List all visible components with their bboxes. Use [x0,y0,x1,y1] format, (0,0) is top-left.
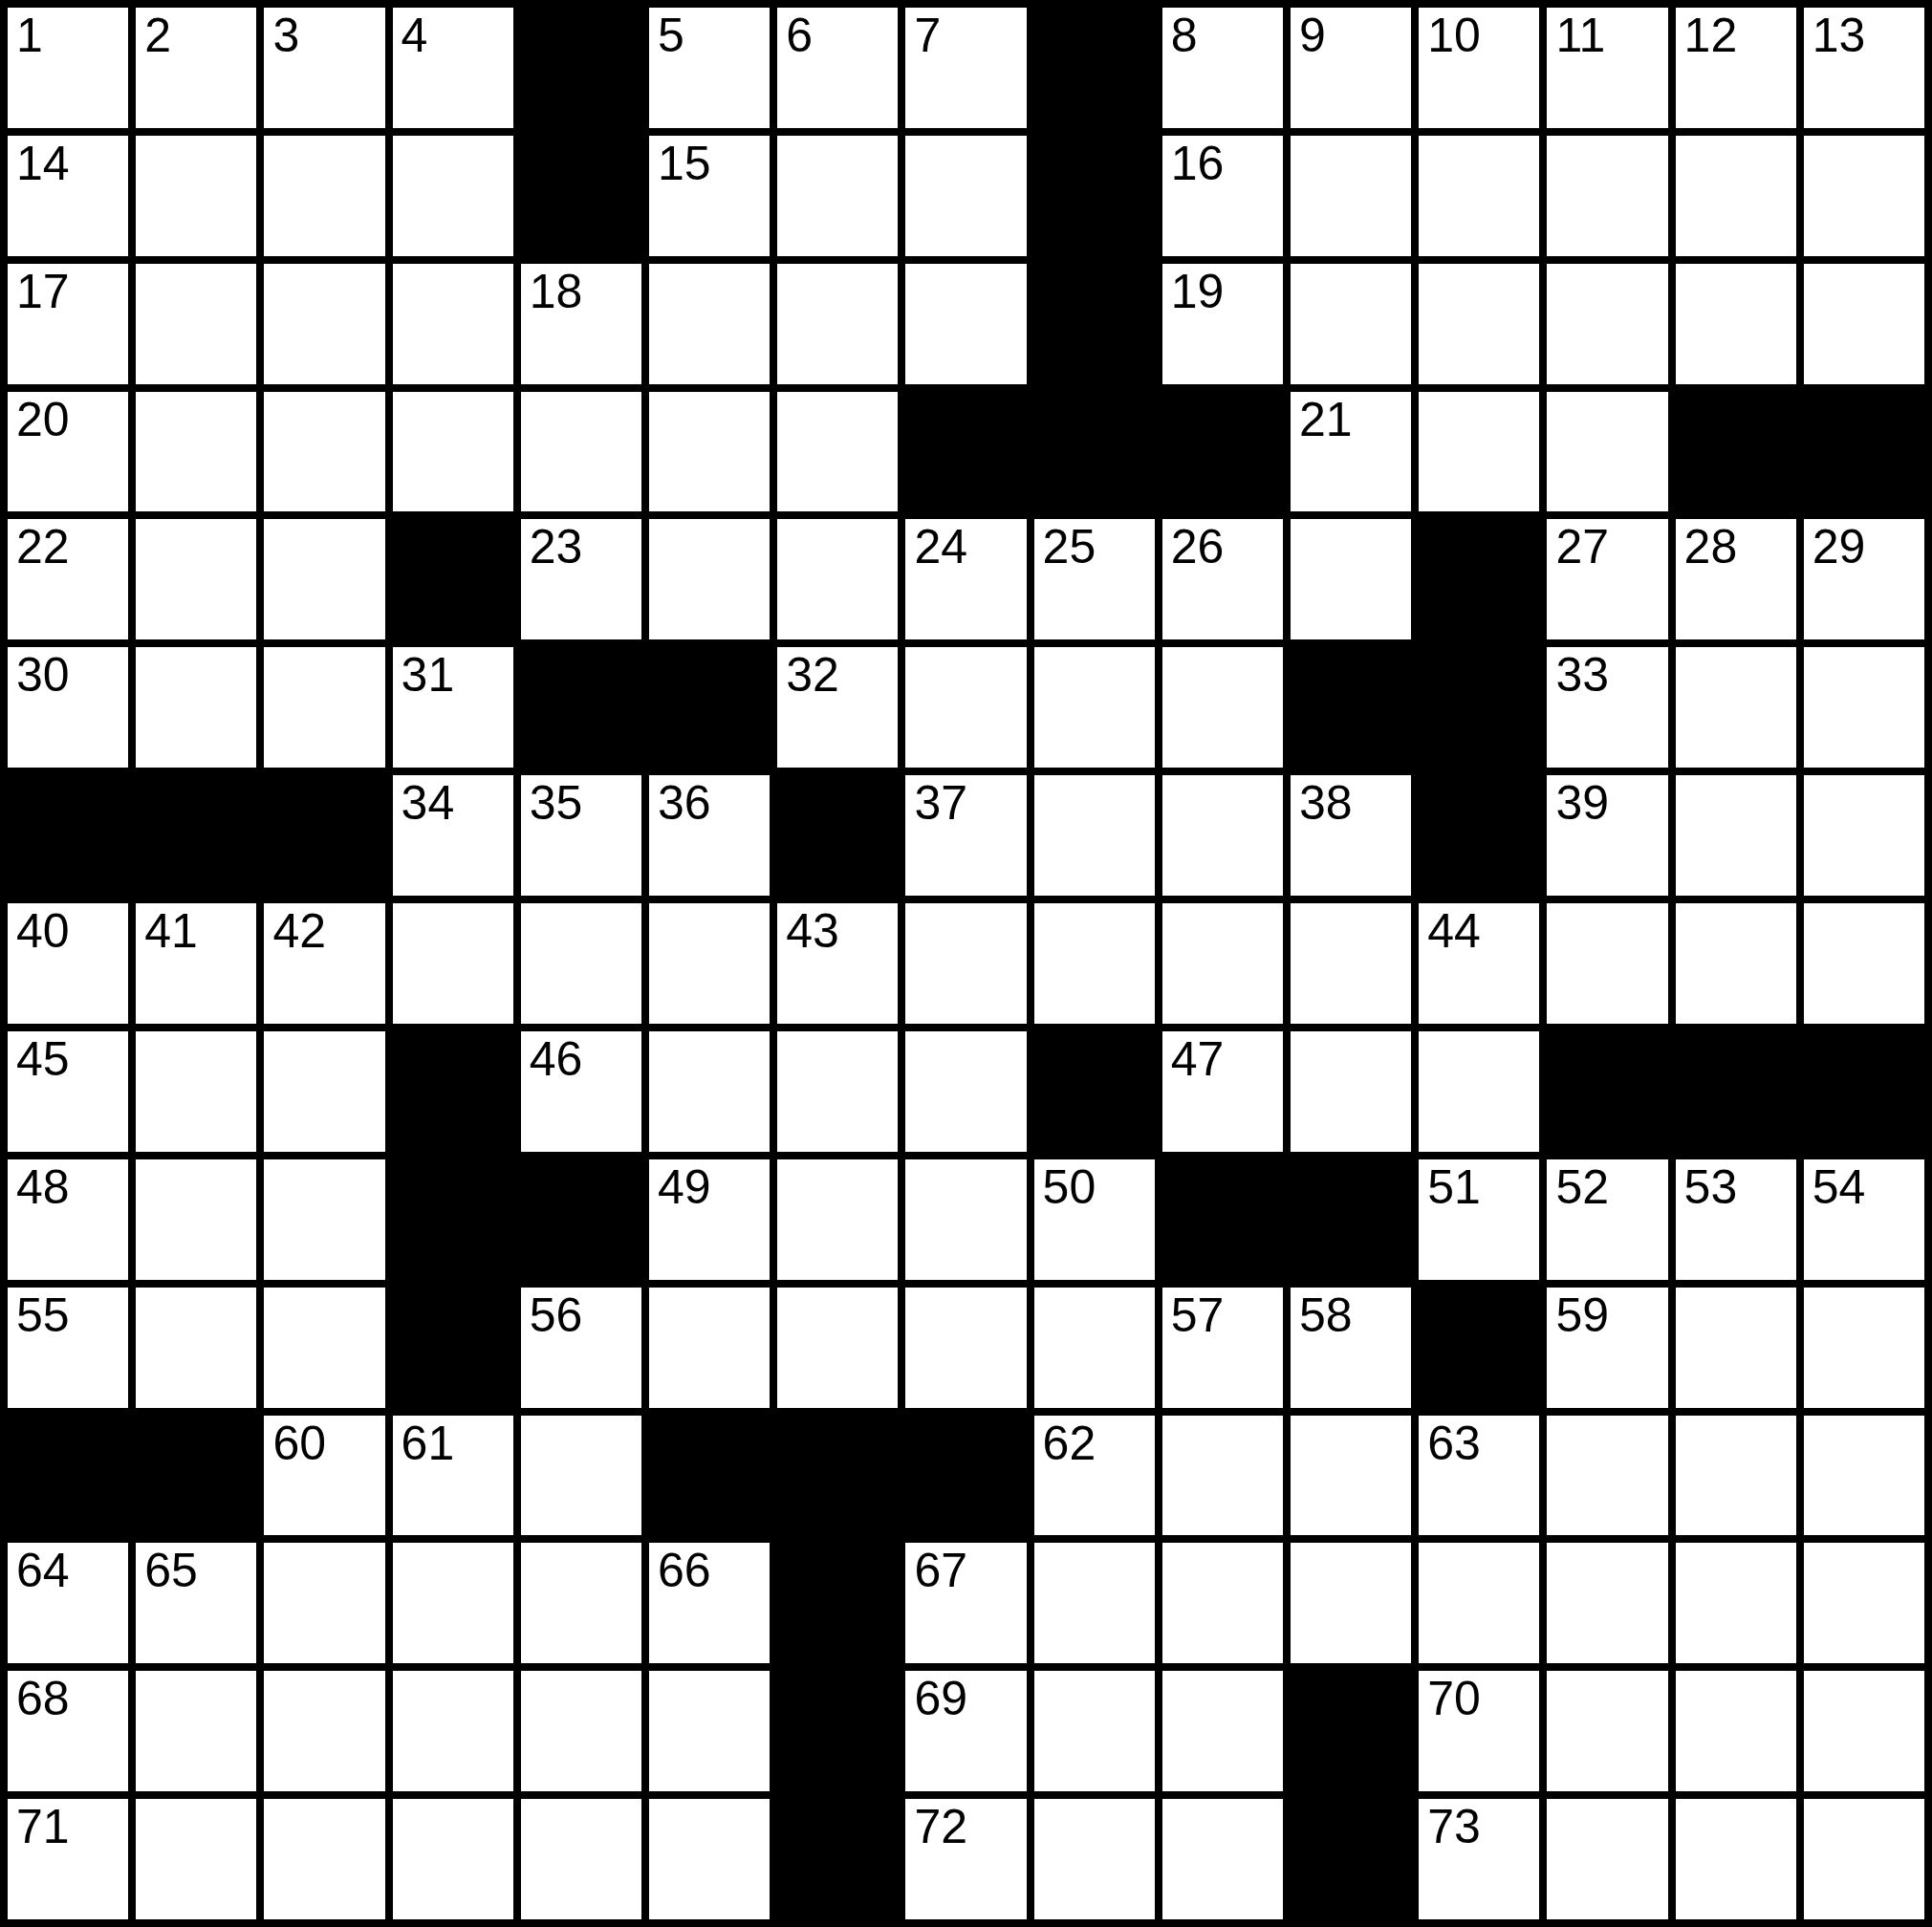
block-r5-c4 [393,519,513,639]
clue-number-55: 55 [16,1290,70,1341]
clue-number-26: 26 [1171,522,1225,573]
block-r4-c10 [1162,392,1283,512]
clue-number-28: 28 [1684,522,1738,573]
cell-r10-c12[interactable]: 51 [1419,1159,1539,1280]
block-r10-c5 [521,1159,641,1280]
cell-r15-c3[interactable] [264,1799,384,1919]
cell-r5-c15[interactable]: 29 [1804,519,1924,639]
cell-r13-c4[interactable] [393,1543,513,1663]
cell-r2-c13[interactable] [1547,136,1667,256]
cell-r14-c8[interactable]: 69 [905,1671,1026,1791]
cell-r7-c11[interactable]: 38 [1291,775,1411,896]
cell-r6-c15[interactable] [1804,647,1924,768]
clue-number-51: 51 [1427,1162,1481,1213]
cell-r15-c9[interactable] [1034,1799,1155,1919]
clue-number-61: 61 [402,1418,455,1469]
cell-r11-c11[interactable]: 58 [1291,1288,1411,1408]
block-r6-c11 [1291,647,1411,768]
cell-r3-c15[interactable] [1804,264,1924,384]
block-r3-c9 [1034,264,1155,384]
cell-r11-c5[interactable]: 56 [521,1288,641,1408]
block-r7-c7 [777,775,898,896]
cell-r2-c11[interactable] [1291,136,1411,256]
clue-number-46: 46 [530,1034,583,1085]
clue-number-10: 10 [1427,11,1481,61]
cell-r10-c9[interactable]: 50 [1034,1159,1155,1280]
cell-r6-c3[interactable] [264,647,384,768]
cell-r10-c14[interactable]: 53 [1676,1159,1796,1280]
cell-r3-c10[interactable]: 19 [1162,264,1283,384]
cell-r4-c13[interactable] [1547,392,1667,512]
clue-number-17: 17 [16,267,70,317]
clue-number-24: 24 [914,522,967,573]
block-r11-c4 [393,1288,513,1408]
clue-number-14: 14 [16,139,70,189]
cell-r8-c3[interactable]: 42 [264,903,384,1024]
cell-r14-c6[interactable] [649,1671,770,1791]
block-r10-c4 [393,1159,513,1280]
cell-r7-c6[interactable]: 36 [649,775,770,896]
block-r10-c10 [1162,1159,1283,1280]
cell-r3-c14[interactable] [1676,264,1796,384]
clue-number-3: 3 [272,11,299,61]
cell-r6-c4[interactable]: 31 [393,647,513,768]
clue-number-1: 1 [16,11,43,61]
clue-number-16: 16 [1171,139,1225,189]
block-r4-c8 [905,392,1026,512]
block-r9-c13 [1547,1031,1667,1152]
clue-number-48: 48 [16,1162,70,1213]
cell-r7-c8[interactable]: 37 [905,775,1026,896]
cell-r2-c4[interactable] [393,136,513,256]
cell-r15-c12[interactable]: 73 [1419,1799,1539,1919]
block-r1-c5 [521,8,641,128]
block-r7-c2 [136,775,256,896]
cell-r1-c12[interactable]: 10 [1419,8,1539,128]
cell-r1-c8[interactable]: 7 [905,8,1026,128]
block-r9-c14 [1676,1031,1796,1152]
cell-r4-c4[interactable] [393,392,513,512]
clue-number-41: 41 [144,906,198,957]
cell-r6-c2[interactable] [136,647,256,768]
cell-r7-c4[interactable]: 34 [393,775,513,896]
cell-r9-c8[interactable] [905,1031,1026,1152]
clue-number-52: 52 [1555,1162,1609,1213]
cell-r14-c9[interactable] [1034,1671,1155,1791]
cell-r6-c9[interactable] [1034,647,1155,768]
cell-r10-c13[interactable]: 52 [1547,1159,1667,1280]
block-r14-c11 [1291,1671,1411,1791]
cell-r15-c14[interactable] [1676,1799,1796,1919]
cell-r3-c13[interactable] [1547,264,1667,384]
clue-number-20: 20 [16,395,70,445]
cell-r1-c10[interactable]: 8 [1162,8,1283,128]
clue-number-12: 12 [1684,11,1738,61]
cell-r9-c10[interactable]: 47 [1162,1031,1283,1152]
cell-r14-c1[interactable]: 68 [8,1671,128,1791]
cell-r2-c8[interactable] [905,136,1026,256]
cell-r3-c3[interactable] [264,264,384,384]
block-r12-c6 [649,1416,770,1536]
clue-number-43: 43 [786,906,839,957]
cell-r13-c8[interactable]: 67 [905,1543,1026,1663]
clue-number-11: 11 [1555,11,1605,61]
clue-number-37: 37 [914,778,967,829]
cell-r6-c7[interactable]: 32 [777,647,898,768]
clue-number-58: 58 [1299,1290,1353,1341]
block-r2-c5 [521,136,641,256]
cell-r12-c3[interactable]: 60 [264,1416,384,1536]
cell-r5-c8[interactable]: 24 [905,519,1026,639]
clue-number-22: 22 [16,522,70,573]
cell-r13-c11[interactable] [1291,1543,1411,1663]
cell-r8-c13[interactable] [1547,903,1667,1024]
cell-r13-c5[interactable] [521,1543,641,1663]
cell-r1-c6[interactable]: 5 [649,8,770,128]
block-r4-c14 [1676,392,1796,512]
block-r4-c9 [1034,392,1155,512]
cell-r15-c5[interactable] [521,1799,641,1919]
cell-r8-c7[interactable]: 43 [777,903,898,1024]
cell-r8-c8[interactable] [905,903,1026,1024]
cell-r12-c4[interactable]: 61 [393,1416,513,1536]
cell-r4-c3[interactable] [264,392,384,512]
cell-r12-c5[interactable] [521,1416,641,1536]
cell-r6-c13[interactable]: 33 [1547,647,1667,768]
cell-r4-c7[interactable] [777,392,898,512]
cell-r2-c7[interactable] [777,136,898,256]
cell-r5-c9[interactable]: 25 [1034,519,1155,639]
cell-r1-c4[interactable]: 4 [393,8,513,128]
cell-r1-c3[interactable]: 3 [264,8,384,128]
clue-number-42: 42 [272,906,326,957]
cell-r1-c15[interactable]: 13 [1804,8,1924,128]
block-r2-c9 [1034,136,1155,256]
cell-r14-c3[interactable] [264,1671,384,1791]
cell-r8-c5[interactable] [521,903,641,1024]
cell-r15-c2[interactable] [136,1799,256,1919]
cell-r11-c7[interactable] [777,1288,898,1408]
cell-r8-c6[interactable] [649,903,770,1024]
clue-number-25: 25 [1043,522,1096,573]
cell-r3-c8[interactable] [905,264,1026,384]
cell-r12-c13[interactable] [1547,1416,1667,1536]
cell-r11-c2[interactable] [136,1288,256,1408]
block-r6-c12 [1419,647,1539,768]
cell-r13-c12[interactable] [1419,1543,1539,1663]
block-r13-c7 [777,1543,898,1663]
cell-r2-c2[interactable] [136,136,256,256]
cell-r6-c1[interactable]: 30 [8,647,128,768]
cell-r10-c6[interactable]: 49 [649,1159,770,1280]
cell-r8-c1[interactable]: 40 [8,903,128,1024]
cell-r9-c11[interactable] [1291,1031,1411,1152]
cell-r13-c10[interactable] [1162,1543,1283,1663]
crossword-board: 1234567891011121314151617181920212223242… [0,0,1932,1927]
cell-r10-c2[interactable] [136,1159,256,1280]
cell-r14-c12[interactable]: 70 [1419,1671,1539,1791]
cell-r11-c8[interactable] [905,1288,1026,1408]
clue-number-54: 54 [1813,1162,1866,1213]
block-r5-c12 [1419,519,1539,639]
block-r7-c3 [264,775,384,896]
clue-number-36: 36 [658,778,711,829]
clue-number-66: 66 [658,1546,711,1596]
clue-number-29: 29 [1813,522,1866,573]
cell-r13-c9[interactable] [1034,1543,1155,1663]
clue-number-72: 72 [914,1802,967,1852]
block-r14-c7 [777,1671,898,1791]
cell-r5-c10[interactable]: 26 [1162,519,1283,639]
cell-r3-c5[interactable]: 18 [521,264,641,384]
cell-r1-c14[interactable]: 12 [1676,8,1796,128]
clue-number-71: 71 [16,1802,70,1852]
cell-r5-c1[interactable]: 22 [8,519,128,639]
clue-number-53: 53 [1684,1162,1738,1213]
cell-r10-c7[interactable] [777,1159,898,1280]
block-r15-c7 [777,1799,898,1919]
clue-number-32: 32 [786,650,839,701]
cell-r8-c12[interactable]: 44 [1419,903,1539,1024]
cell-r9-c3[interactable] [264,1031,384,1152]
clue-number-63: 63 [1427,1418,1481,1469]
cell-r10-c15[interactable]: 54 [1804,1159,1924,1280]
clue-number-21: 21 [1299,395,1353,445]
cell-r12-c15[interactable] [1804,1416,1924,1536]
cell-r7-c5[interactable]: 35 [521,775,641,896]
cell-r11-c10[interactable]: 57 [1162,1288,1283,1408]
cell-r15-c1[interactable]: 71 [8,1799,128,1919]
clue-number-69: 69 [914,1674,967,1724]
block-r10-c11 [1291,1159,1411,1280]
cell-r12-c9[interactable]: 62 [1034,1416,1155,1536]
clue-number-65: 65 [144,1546,198,1596]
cell-r1-c7[interactable]: 6 [777,8,898,128]
cell-r8-c4[interactable] [393,903,513,1024]
cell-r15-c13[interactable] [1547,1799,1667,1919]
clue-number-4: 4 [402,11,428,61]
cell-r8-c14[interactable] [1676,903,1796,1024]
cell-r8-c15[interactable] [1804,903,1924,1024]
cell-r9-c5[interactable]: 46 [521,1031,641,1152]
cell-r9-c6[interactable] [649,1031,770,1152]
cell-r4-c2[interactable] [136,392,256,512]
clue-number-60: 60 [272,1418,326,1469]
clue-number-27: 27 [1555,522,1609,573]
clue-number-40: 40 [16,906,70,957]
cell-r8-c2[interactable]: 41 [136,903,256,1024]
cell-r3-c2[interactable] [136,264,256,384]
clue-number-2: 2 [144,11,171,61]
cell-r6-c8[interactable] [905,647,1026,768]
cell-r7-c10[interactable] [1162,775,1283,896]
clue-number-47: 47 [1171,1034,1225,1085]
clue-number-70: 70 [1427,1674,1481,1724]
cell-r5-c2[interactable] [136,519,256,639]
clue-number-49: 49 [658,1162,711,1213]
block-r12-c8 [905,1416,1026,1536]
cell-r14-c5[interactable] [521,1671,641,1791]
cell-r12-c14[interactable] [1676,1416,1796,1536]
cell-r14-c4[interactable] [393,1671,513,1791]
clue-number-67: 67 [914,1546,967,1596]
clue-number-50: 50 [1043,1162,1096,1213]
cell-r1-c2[interactable]: 2 [136,8,256,128]
cell-r2-c14[interactable] [1676,136,1796,256]
cell-r7-c9[interactable] [1034,775,1155,896]
block-r7-c1 [8,775,128,896]
cell-r13-c14[interactable] [1676,1543,1796,1663]
cell-r8-c11[interactable] [1291,903,1411,1024]
cell-r7-c15[interactable] [1804,775,1924,896]
cell-r13-c13[interactable] [1547,1543,1667,1663]
cell-r11-c15[interactable] [1804,1288,1924,1408]
cell-r6-c10[interactable] [1162,647,1283,768]
cell-r8-c9[interactable] [1034,903,1155,1024]
clue-number-5: 5 [658,11,684,61]
clue-number-33: 33 [1555,650,1609,701]
block-r11-c12 [1419,1288,1539,1408]
block-r9-c4 [393,1031,513,1152]
cell-r1-c1[interactable]: 1 [8,8,128,128]
block-r7-c12 [1419,775,1539,896]
cell-r4-c6[interactable] [649,392,770,512]
clue-number-8: 8 [1171,11,1198,61]
cell-r12-c10[interactable] [1162,1416,1283,1536]
cell-r14-c14[interactable] [1676,1671,1796,1791]
cell-r1-c11[interactable]: 9 [1291,8,1411,128]
cell-r15-c4[interactable] [393,1799,513,1919]
cell-r5-c5[interactable]: 23 [521,519,641,639]
cell-r15-c15[interactable] [1804,1799,1924,1919]
clue-number-18: 18 [530,267,583,317]
cell-r4-c5[interactable] [521,392,641,512]
cell-r4-c12[interactable] [1419,392,1539,512]
block-r12-c7 [777,1416,898,1536]
cell-r15-c10[interactable] [1162,1799,1283,1919]
cell-r13-c2[interactable]: 65 [136,1543,256,1663]
clue-number-56: 56 [530,1290,583,1341]
clue-number-31: 31 [402,650,455,701]
cell-r15-c6[interactable] [649,1799,770,1919]
clue-number-59: 59 [1555,1290,1609,1341]
block-r12-c2 [136,1416,256,1536]
cell-r5-c3[interactable] [264,519,384,639]
cell-r3-c4[interactable] [393,264,513,384]
cell-r9-c12[interactable] [1419,1031,1539,1152]
cell-r2-c6[interactable]: 15 [649,136,770,256]
cell-r2-c1[interactable]: 14 [8,136,128,256]
cell-r3-c7[interactable] [777,264,898,384]
clue-number-44: 44 [1427,906,1481,957]
cell-r12-c12[interactable]: 63 [1419,1416,1539,1536]
block-r9-c15 [1804,1031,1924,1152]
cell-r2-c15[interactable] [1804,136,1924,256]
block-r6-c6 [649,647,770,768]
cell-r5-c7[interactable] [777,519,898,639]
cell-r15-c8[interactable]: 72 [905,1799,1026,1919]
clue-number-57: 57 [1171,1290,1225,1341]
cell-r14-c13[interactable] [1547,1671,1667,1791]
block-r9-c9 [1034,1031,1155,1152]
clue-number-13: 13 [1813,11,1866,61]
clue-number-9: 9 [1299,11,1326,61]
clue-number-15: 15 [658,139,711,189]
clue-number-6: 6 [786,11,813,61]
cell-r11-c14[interactable] [1676,1288,1796,1408]
clue-number-34: 34 [402,778,455,829]
cell-r13-c15[interactable] [1804,1543,1924,1663]
clue-number-19: 19 [1171,267,1225,317]
cell-r3-c6[interactable] [649,264,770,384]
block-r12-c1 [8,1416,128,1536]
clue-number-39: 39 [1555,778,1609,829]
clue-number-64: 64 [16,1546,70,1596]
cell-r5-c11[interactable] [1291,519,1411,639]
cell-r2-c10[interactable]: 16 [1162,136,1283,256]
cell-r6-c14[interactable] [1676,647,1796,768]
block-r15-c11 [1291,1799,1411,1919]
cell-r9-c2[interactable] [136,1031,256,1152]
cell-r12-c11[interactable] [1291,1416,1411,1536]
cell-r14-c15[interactable] [1804,1671,1924,1791]
clue-number-62: 62 [1043,1418,1096,1469]
cell-r11-c9[interactable] [1034,1288,1155,1408]
cell-r2-c12[interactable] [1419,136,1539,256]
cell-r9-c1[interactable]: 45 [8,1031,128,1152]
cell-r10-c1[interactable]: 48 [8,1159,128,1280]
cell-r13-c3[interactable] [264,1543,384,1663]
cell-r11-c1[interactable]: 55 [8,1288,128,1408]
cell-r7-c13[interactable]: 39 [1547,775,1667,896]
cell-r14-c10[interactable] [1162,1671,1283,1791]
block-r4-c15 [1804,392,1924,512]
cell-r10-c3[interactable] [264,1159,384,1280]
cell-r13-c1[interactable]: 64 [8,1543,128,1663]
clue-number-45: 45 [16,1034,70,1085]
clue-number-30: 30 [16,650,70,701]
block-r1-c9 [1034,8,1155,128]
clue-number-7: 7 [914,11,941,61]
cell-r11-c13[interactable]: 59 [1547,1288,1667,1408]
cell-r11-c6[interactable] [649,1288,770,1408]
cell-r2-c3[interactable] [264,136,384,256]
cell-r3-c1[interactable]: 17 [8,264,128,384]
cell-r5-c14[interactable]: 28 [1676,519,1796,639]
cell-r13-c6[interactable]: 66 [649,1543,770,1663]
cell-r8-c10[interactable] [1162,903,1283,1024]
cell-r14-c2[interactable] [136,1671,256,1791]
clue-number-73: 73 [1427,1802,1481,1852]
cell-r9-c7[interactable] [777,1031,898,1152]
cell-r4-c11[interactable]: 21 [1291,392,1411,512]
cell-r7-c14[interactable] [1676,775,1796,896]
clue-number-35: 35 [530,778,583,829]
clue-number-68: 68 [16,1674,70,1724]
cell-r10-c8[interactable] [905,1159,1026,1280]
block-r6-c5 [521,647,641,768]
cell-r11-c3[interactable] [264,1288,384,1408]
clue-number-38: 38 [1299,778,1353,829]
cell-r4-c1[interactable]: 20 [8,392,128,512]
cell-r5-c13[interactable]: 27 [1547,519,1667,639]
clue-number-23: 23 [530,522,583,573]
cell-r3-c11[interactable] [1291,264,1411,384]
cell-r3-c12[interactable] [1419,264,1539,384]
cell-r5-c6[interactable] [649,519,770,639]
cell-r1-c13[interactable]: 11 [1547,8,1667,128]
